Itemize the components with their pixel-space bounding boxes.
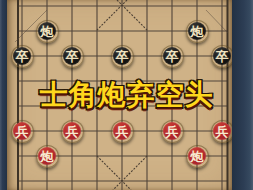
piece-label: 卒	[163, 47, 181, 65]
piece-black-soldier[interactable]: 卒	[61, 45, 84, 68]
piece-black-soldier[interactable]: 卒	[161, 45, 184, 68]
piece-red-soldier[interactable]: 兵	[111, 120, 134, 143]
opening-title: 士角炮弃空头	[0, 81, 253, 109]
piece-label: 卒	[63, 47, 81, 65]
piece-red-soldier[interactable]: 兵	[211, 120, 234, 143]
piece-label: 兵	[63, 122, 81, 140]
piece-label: 炮	[38, 147, 56, 165]
piece-label: 卒	[13, 47, 31, 65]
piece-red-soldier[interactable]: 兵	[161, 120, 184, 143]
piece-label: 卒	[113, 47, 131, 65]
piece-label: 兵	[163, 122, 181, 140]
video-frame: 炮炮卒卒卒卒卒兵兵兵兵兵炮炮 士角炮弃空头	[0, 0, 253, 190]
piece-black-soldier[interactable]: 卒	[111, 45, 134, 68]
piece-label: 炮	[188, 147, 206, 165]
piece-black-soldier[interactable]: 卒	[11, 45, 34, 68]
piece-black-soldier[interactable]: 卒	[211, 45, 234, 68]
piece-label: 炮	[38, 22, 56, 40]
piece-red-cannon[interactable]: 炮	[36, 145, 59, 168]
piece-red-soldier[interactable]: 兵	[61, 120, 84, 143]
piece-black-cannon[interactable]: 炮	[186, 20, 209, 43]
piece-label: 卒	[213, 47, 231, 65]
piece-black-cannon[interactable]: 炮	[36, 20, 59, 43]
piece-red-cannon[interactable]: 炮	[186, 145, 209, 168]
piece-label: 兵	[213, 122, 231, 140]
piece-red-soldier[interactable]: 兵	[11, 120, 34, 143]
piece-label: 兵	[113, 122, 131, 140]
piece-label: 兵	[13, 122, 31, 140]
piece-label: 炮	[188, 22, 206, 40]
